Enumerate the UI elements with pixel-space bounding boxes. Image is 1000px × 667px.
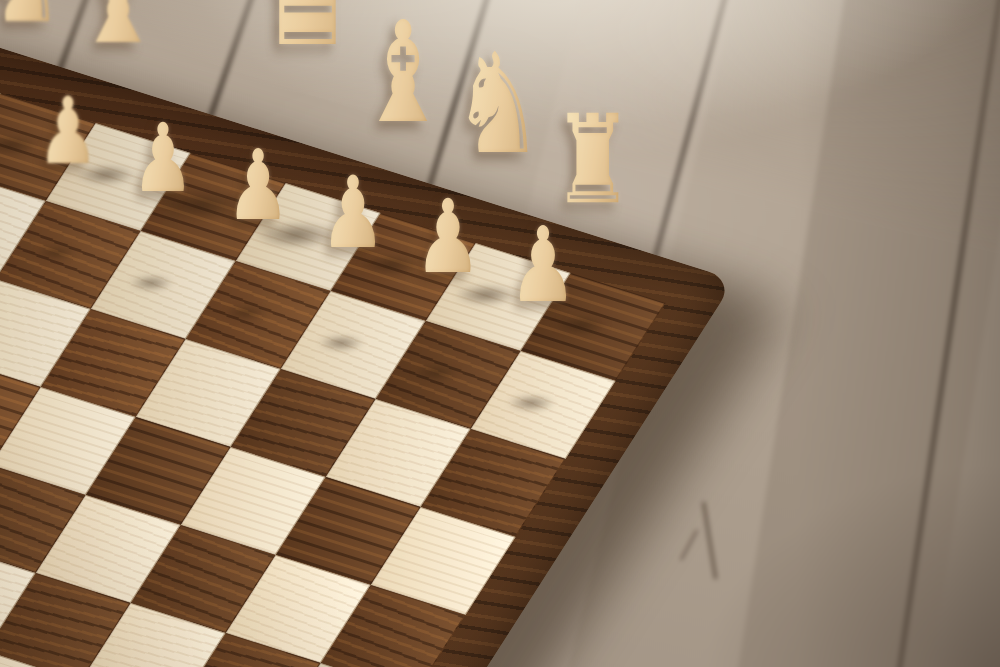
chessboard-photo: ♜♞♝♛♚♝♞♜♟♟♟♟♟♟♟♟ bbox=[0, 0, 1000, 667]
plank-shading bbox=[732, 0, 1000, 667]
wood-crack bbox=[702, 502, 717, 580]
wood-crack bbox=[680, 530, 698, 561]
